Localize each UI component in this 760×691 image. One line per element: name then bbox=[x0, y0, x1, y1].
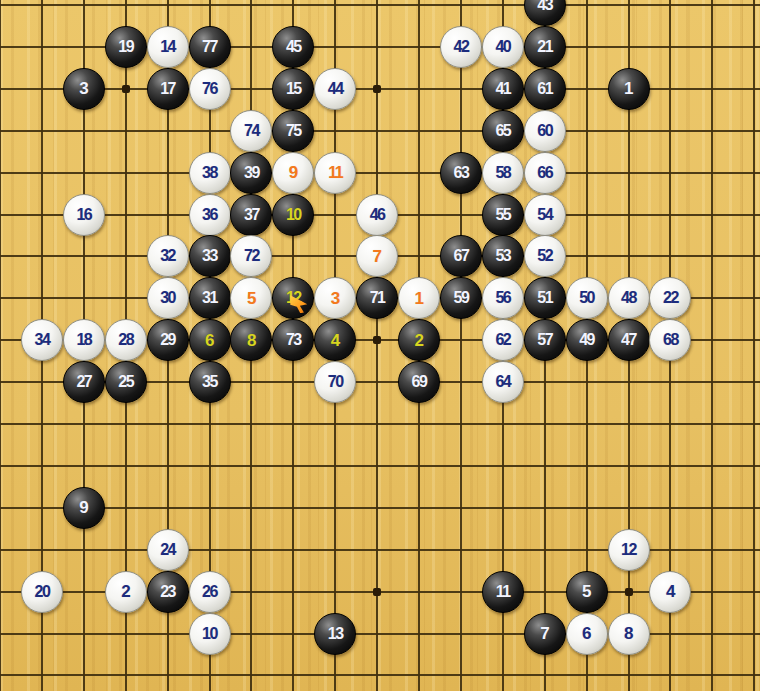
grid-line-horizontal-16 bbox=[0, 674, 760, 676]
grid-line-vertical-11 bbox=[460, 0, 462, 691]
stone-black-51[interactable]: 51 bbox=[524, 277, 566, 319]
stone-black-17[interactable]: 17 bbox=[147, 68, 189, 110]
stone-number: 28 bbox=[118, 332, 133, 348]
stone-white-76[interactable]: 76 bbox=[189, 68, 231, 110]
stone-number: 1 bbox=[624, 80, 633, 97]
stone-white-32[interactable]: 32 bbox=[147, 235, 189, 277]
stone-number: 6 bbox=[582, 625, 591, 642]
stone-black-21[interactable]: 21 bbox=[524, 26, 566, 68]
stone-number: 48 bbox=[621, 290, 636, 306]
stone-number: 70 bbox=[328, 374, 343, 390]
grid-line-horizontal-10 bbox=[0, 423, 760, 425]
stone-number: 60 bbox=[537, 123, 552, 139]
stone-white-4[interactable]: 4 bbox=[649, 571, 691, 613]
stone-white-60[interactable]: 60 bbox=[524, 110, 566, 152]
stone-number: 67 bbox=[453, 248, 468, 264]
stone-number: 8 bbox=[624, 625, 633, 642]
stone-white-46[interactable]: 46 bbox=[356, 194, 398, 236]
stone-number: 12 bbox=[621, 542, 636, 558]
grid-line-horizontal-12 bbox=[0, 507, 760, 509]
stone-number: 46 bbox=[370, 207, 385, 223]
stone-number: 55 bbox=[495, 207, 510, 223]
stone-white-28[interactable]: 28 bbox=[105, 319, 147, 361]
stone-white-5[interactable]: 5 bbox=[230, 277, 272, 319]
stone-number: 42 bbox=[453, 39, 468, 55]
stone-black-33[interactable]: 33 bbox=[189, 235, 231, 277]
stone-black-59[interactable]: 59 bbox=[440, 277, 482, 319]
stone-number: 5 bbox=[247, 290, 256, 307]
stone-white-40[interactable]: 40 bbox=[482, 26, 524, 68]
stone-white-6[interactable]: 6 bbox=[566, 613, 608, 655]
stone-black-5[interactable]: 5 bbox=[566, 571, 608, 613]
stone-black-39[interactable]: 39 bbox=[230, 152, 272, 194]
stone-number: 54 bbox=[537, 207, 552, 223]
stone-black-2[interactable]: 2 bbox=[398, 319, 440, 361]
stone-number: 5 bbox=[582, 583, 591, 600]
stone-number: 72 bbox=[244, 248, 259, 264]
stone-number: 2 bbox=[415, 332, 424, 349]
stone-number: 65 bbox=[495, 123, 510, 139]
stone-number: 24 bbox=[160, 542, 175, 558]
stone-number: 2 bbox=[121, 583, 130, 600]
star-point bbox=[373, 336, 381, 344]
stone-number: 43 bbox=[537, 0, 552, 13]
stone-number: 73 bbox=[286, 332, 301, 348]
stone-number: 41 bbox=[495, 81, 510, 97]
grid-line-horizontal-3 bbox=[0, 130, 760, 132]
stone-number: 33 bbox=[202, 248, 217, 264]
stone-white-38[interactable]: 38 bbox=[189, 152, 231, 194]
stone-black-45[interactable]: 45 bbox=[272, 26, 314, 68]
stone-number: 16 bbox=[76, 207, 91, 223]
stone-number: 36 bbox=[202, 207, 217, 223]
stone-number: 61 bbox=[537, 81, 552, 97]
stone-number: 23 bbox=[160, 584, 175, 600]
stone-black-27[interactable]: 27 bbox=[63, 361, 105, 403]
stone-number: 44 bbox=[328, 81, 343, 97]
stone-number: 13 bbox=[328, 626, 343, 642]
stone-number: 40 bbox=[495, 39, 510, 55]
stone-number: 4 bbox=[666, 583, 675, 600]
stone-number: 52 bbox=[537, 248, 552, 264]
stone-number: 30 bbox=[160, 290, 175, 306]
stone-number: 39 bbox=[244, 165, 259, 181]
stone-number: 34 bbox=[34, 332, 49, 348]
stone-number: 7 bbox=[540, 625, 549, 642]
stone-number: 20 bbox=[34, 584, 49, 600]
stone-black-53[interactable]: 53 bbox=[482, 235, 524, 277]
stone-white-12[interactable]: 12 bbox=[608, 529, 650, 571]
stone-black-41[interactable]: 41 bbox=[482, 68, 524, 110]
stone-number: 26 bbox=[202, 584, 217, 600]
stone-white-14[interactable]: 14 bbox=[147, 26, 189, 68]
stone-number: 45 bbox=[286, 39, 301, 55]
stone-white-50[interactable]: 50 bbox=[566, 277, 608, 319]
stone-number: 68 bbox=[663, 332, 678, 348]
stone-black-69[interactable]: 69 bbox=[398, 361, 440, 403]
stone-white-70[interactable]: 70 bbox=[314, 361, 356, 403]
go-board[interactable]: 4319147745424021317761544416117475656038… bbox=[0, 0, 760, 691]
stone-number: 57 bbox=[537, 332, 552, 348]
stone-white-56[interactable]: 56 bbox=[482, 277, 524, 319]
stone-white-22[interactable]: 22 bbox=[649, 277, 691, 319]
stone-number: 58 bbox=[495, 165, 510, 181]
stone-white-52[interactable]: 52 bbox=[524, 235, 566, 277]
stone-black-37[interactable]: 37 bbox=[230, 194, 272, 236]
stone-white-26[interactable]: 26 bbox=[189, 571, 231, 613]
stone-black-49[interactable]: 49 bbox=[566, 319, 608, 361]
stone-number: 47 bbox=[621, 332, 636, 348]
stone-black-1[interactable]: 1 bbox=[608, 68, 650, 110]
stone-black-9[interactable]: 9 bbox=[63, 487, 105, 529]
stone-number: 21 bbox=[537, 39, 552, 55]
stone-number: 8 bbox=[247, 332, 256, 349]
stone-white-11[interactable]: 11 bbox=[314, 152, 356, 194]
stone-white-74[interactable]: 74 bbox=[230, 110, 272, 152]
stone-number: 32 bbox=[160, 248, 175, 264]
stone-white-48[interactable]: 48 bbox=[608, 277, 650, 319]
stone-number: 69 bbox=[412, 374, 427, 390]
stone-black-35[interactable]: 35 bbox=[189, 361, 231, 403]
stone-number: 63 bbox=[453, 165, 468, 181]
stone-number: 29 bbox=[160, 332, 175, 348]
stone-number: 59 bbox=[453, 290, 468, 306]
stone-number: 6 bbox=[205, 332, 214, 349]
stone-black-71[interactable]: 71 bbox=[356, 277, 398, 319]
stone-number: 10 bbox=[202, 626, 217, 642]
stone-black-15[interactable]: 15 bbox=[272, 68, 314, 110]
stone-number: 10 bbox=[286, 207, 301, 223]
stone-number: 27 bbox=[76, 374, 91, 390]
stone-number: 22 bbox=[663, 290, 678, 306]
stone-number: 11 bbox=[496, 584, 510, 600]
star-point bbox=[373, 588, 381, 596]
stone-number: 19 bbox=[118, 39, 133, 55]
stone-black-43[interactable]: 43 bbox=[524, 0, 566, 26]
grid-line-vertical-17 bbox=[711, 0, 713, 691]
stone-black-19[interactable]: 19 bbox=[105, 26, 147, 68]
stone-white-10[interactable]: 10 bbox=[189, 613, 231, 655]
stone-black-12[interactable]: 12 bbox=[272, 277, 314, 319]
stone-white-18[interactable]: 18 bbox=[63, 319, 105, 361]
stone-black-25[interactable]: 25 bbox=[105, 361, 147, 403]
stone-white-44[interactable]: 44 bbox=[314, 68, 356, 110]
stone-number: 9 bbox=[79, 499, 88, 516]
stone-number: 3 bbox=[331, 290, 340, 307]
stone-black-4[interactable]: 4 bbox=[314, 319, 356, 361]
grid-line-horizontal-0 bbox=[0, 4, 760, 6]
stone-black-23[interactable]: 23 bbox=[147, 571, 189, 613]
stone-white-16[interactable]: 16 bbox=[63, 194, 105, 236]
stone-white-9[interactable]: 9 bbox=[272, 152, 314, 194]
grid-line-horizontal-11 bbox=[0, 465, 760, 467]
stone-number: 15 bbox=[286, 81, 301, 97]
stone-white-30[interactable]: 30 bbox=[147, 277, 189, 319]
stone-number: 25 bbox=[118, 374, 133, 390]
stone-black-11[interactable]: 11 bbox=[482, 571, 524, 613]
stone-number: 31 bbox=[202, 290, 217, 306]
star-point bbox=[625, 588, 633, 596]
star-point bbox=[122, 85, 130, 93]
stone-number: 35 bbox=[202, 374, 217, 390]
stone-number: 1 bbox=[415, 290, 424, 307]
stone-black-29[interactable]: 29 bbox=[147, 319, 189, 361]
stone-white-1[interactable]: 1 bbox=[398, 277, 440, 319]
stone-number: 77 bbox=[202, 39, 217, 55]
stone-white-24[interactable]: 24 bbox=[147, 529, 189, 571]
stone-number: 56 bbox=[495, 290, 510, 306]
stone-white-68[interactable]: 68 bbox=[649, 319, 691, 361]
stone-number: 37 bbox=[244, 207, 259, 223]
stone-number: 17 bbox=[160, 81, 175, 97]
stone-number: 9 bbox=[289, 164, 298, 181]
grid-line-vertical-0 bbox=[0, 0, 1, 691]
stone-black-67[interactable]: 67 bbox=[440, 235, 482, 277]
stone-black-63[interactable]: 63 bbox=[440, 152, 482, 194]
stone-number: 51 bbox=[537, 290, 552, 306]
stone-black-47[interactable]: 47 bbox=[608, 319, 650, 361]
stone-number: 75 bbox=[286, 123, 301, 139]
stone-black-6[interactable]: 6 bbox=[189, 319, 231, 361]
stone-black-8[interactable]: 8 bbox=[230, 319, 272, 361]
stone-black-13[interactable]: 13 bbox=[314, 613, 356, 655]
stone-white-42[interactable]: 42 bbox=[440, 26, 482, 68]
stone-number: 53 bbox=[495, 248, 510, 264]
stone-number: 71 bbox=[370, 290, 385, 306]
stone-white-54[interactable]: 54 bbox=[524, 194, 566, 236]
stone-black-77[interactable]: 77 bbox=[189, 26, 231, 68]
stone-number: 11 bbox=[328, 165, 342, 181]
stone-number: 74 bbox=[244, 123, 259, 139]
stone-white-8[interactable]: 8 bbox=[608, 613, 650, 655]
stone-black-55[interactable]: 55 bbox=[482, 194, 524, 236]
stone-white-58[interactable]: 58 bbox=[482, 152, 524, 194]
stone-white-7[interactable]: 7 bbox=[356, 235, 398, 277]
stone-number: 50 bbox=[579, 290, 594, 306]
stone-white-34[interactable]: 34 bbox=[21, 319, 63, 361]
stone-number: 62 bbox=[495, 332, 510, 348]
stone-number: 7 bbox=[373, 248, 382, 265]
stone-white-20[interactable]: 20 bbox=[21, 571, 63, 613]
stone-white-66[interactable]: 66 bbox=[524, 152, 566, 194]
stone-black-75[interactable]: 75 bbox=[272, 110, 314, 152]
grid-line-vertical-18 bbox=[753, 0, 755, 691]
stone-number: 3 bbox=[79, 80, 88, 97]
stone-number: 14 bbox=[160, 39, 175, 55]
stone-number: 66 bbox=[537, 165, 552, 181]
stone-number: 64 bbox=[495, 374, 510, 390]
stone-white-72[interactable]: 72 bbox=[230, 235, 272, 277]
stone-black-3[interactable]: 3 bbox=[63, 68, 105, 110]
grid-line-horizontal-4 bbox=[0, 172, 760, 174]
stone-number: 38 bbox=[202, 165, 217, 181]
stone-black-7[interactable]: 7 bbox=[524, 613, 566, 655]
stone-number: 76 bbox=[202, 81, 217, 97]
stone-number: 49 bbox=[579, 332, 594, 348]
stone-black-10[interactable]: 10 bbox=[272, 194, 314, 236]
stone-black-65[interactable]: 65 bbox=[482, 110, 524, 152]
star-point bbox=[373, 85, 381, 93]
stone-number: 18 bbox=[76, 332, 91, 348]
stone-white-36[interactable]: 36 bbox=[189, 194, 231, 236]
stone-white-3[interactable]: 3 bbox=[314, 277, 356, 319]
stone-number: 4 bbox=[331, 332, 340, 349]
stone-black-31[interactable]: 31 bbox=[189, 277, 231, 319]
stone-white-64[interactable]: 64 bbox=[482, 361, 524, 403]
stone-black-61[interactable]: 61 bbox=[524, 68, 566, 110]
stone-black-57[interactable]: 57 bbox=[524, 319, 566, 361]
stone-black-73[interactable]: 73 bbox=[272, 319, 314, 361]
stone-white-62[interactable]: 62 bbox=[482, 319, 524, 361]
stone-white-2[interactable]: 2 bbox=[105, 571, 147, 613]
